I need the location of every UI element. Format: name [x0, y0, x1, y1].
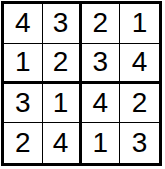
sudoku-cell-r4c3[interactable]: 1 — [82, 123, 121, 163]
sudoku-cell-r4c4[interactable]: 3 — [120, 123, 159, 163]
sudoku-cell-r2c1[interactable]: 1 — [4, 44, 43, 84]
sudoku-cell-r3c1[interactable]: 3 — [4, 84, 43, 124]
sudoku-cell-r3c2[interactable]: 1 — [43, 84, 82, 124]
sudoku-cell-r1c1[interactable]: 4 — [4, 4, 43, 44]
sudoku-cell-r2c2[interactable]: 2 — [43, 44, 82, 84]
sudoku-cell-r2c4[interactable]: 4 — [120, 44, 159, 84]
sudoku-cell-r4c1[interactable]: 2 — [4, 123, 43, 163]
sudoku-cell-r1c2[interactable]: 3 — [43, 4, 82, 44]
sudoku-cell-r1c3[interactable]: 2 — [82, 4, 121, 44]
sudoku-cell-r4c2[interactable]: 4 — [43, 123, 82, 163]
sudoku-board: 4 3 2 1 1 2 3 4 3 1 4 2 2 4 1 3 — [1, 1, 162, 166]
sudoku-cell-r2c3[interactable]: 3 — [82, 44, 121, 84]
sudoku-cell-r3c3[interactable]: 4 — [82, 84, 121, 124]
sudoku-cell-r3c4[interactable]: 2 — [120, 84, 159, 124]
page: 4 3 2 1 1 2 3 4 3 1 4 2 2 4 1 3 — [0, 0, 165, 169]
sudoku-cell-r1c4[interactable]: 1 — [120, 4, 159, 44]
